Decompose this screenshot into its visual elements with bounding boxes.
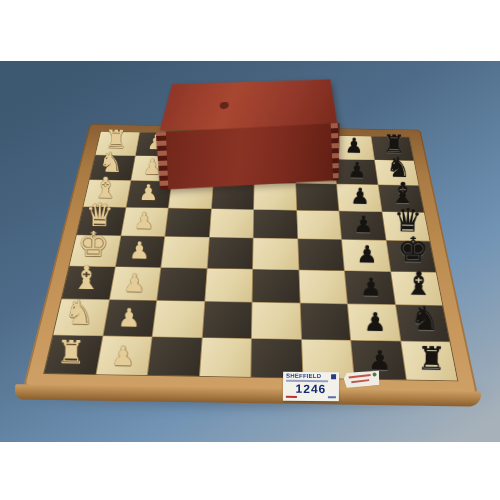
black-knight: ♞ bbox=[400, 302, 449, 336]
square-r3c6 bbox=[296, 184, 339, 211]
square-r8c2: ♟ bbox=[96, 336, 152, 375]
white-pawn: ♟ bbox=[122, 209, 166, 232]
estimate-green-mark bbox=[372, 372, 376, 376]
dovetail-joint-right bbox=[331, 123, 341, 182]
square-r4c2: ♟ bbox=[121, 207, 168, 236]
square-r7c8: ♞ bbox=[396, 305, 450, 341]
square-r7c7: ♟ bbox=[348, 304, 400, 340]
square-r5c5 bbox=[253, 238, 298, 269]
square-r4c3 bbox=[165, 208, 210, 237]
square-r3c5 bbox=[254, 183, 296, 210]
white-knight: ♞ bbox=[55, 296, 104, 330]
label-footer bbox=[286, 396, 336, 398]
square-r5c2: ♟ bbox=[116, 236, 165, 267]
black-pawn: ♟ bbox=[344, 242, 389, 266]
white-king: ♚ bbox=[71, 226, 116, 262]
square-r7c5 bbox=[252, 302, 301, 338]
white-pawn: ♟ bbox=[104, 305, 153, 331]
label-red-print bbox=[286, 396, 297, 398]
white-pawn: ♟ bbox=[97, 342, 148, 369]
auction-logo-icon bbox=[331, 374, 336, 379]
square-r7c2: ♟ bbox=[103, 300, 156, 336]
square-r6c4 bbox=[205, 268, 252, 301]
box-lid-knot bbox=[219, 102, 228, 109]
square-r8c4 bbox=[200, 338, 251, 377]
white-rook: ♜ bbox=[46, 335, 97, 368]
auction-lot-label: SHEFFIELD 1246 bbox=[283, 372, 339, 401]
dovetail-joint-left bbox=[156, 131, 169, 190]
lot-number: 1246 bbox=[286, 383, 336, 395]
square-r5c3 bbox=[161, 237, 208, 268]
black-pawn: ♟ bbox=[339, 185, 381, 208]
square-r5c6 bbox=[298, 239, 344, 270]
square-r3c7: ♟ bbox=[337, 184, 381, 211]
square-r4c5 bbox=[254, 210, 297, 239]
black-pawn: ♟ bbox=[342, 213, 386, 236]
square-r6c3 bbox=[157, 268, 206, 301]
square-r5c4 bbox=[207, 238, 253, 269]
square-r8c8: ♜ bbox=[401, 341, 457, 380]
black-rook: ♜ bbox=[406, 342, 457, 375]
white-bishop: ♝ bbox=[63, 261, 110, 294]
auction-house-name: SHEFFIELD bbox=[286, 373, 321, 379]
black-pawn: ♟ bbox=[351, 309, 400, 335]
white-pawn: ♟ bbox=[110, 270, 157, 295]
square-r7c3 bbox=[153, 301, 204, 337]
photo-backdrop: ♜♟♟♜♞♟♟♞♝♟♟♝♛♟♟♛♚♟♟♚♝♟♟♝♞♟♟♞♜♟♟♜ SHEFFIE… bbox=[0, 61, 500, 442]
estimate-handwriting bbox=[349, 374, 371, 379]
black-pawn: ♟ bbox=[347, 274, 394, 299]
square-r4c4 bbox=[209, 209, 253, 238]
black-king: ♚ bbox=[390, 232, 435, 268]
square-r5c7: ♟ bbox=[342, 240, 390, 271]
black-bishop: ♝ bbox=[395, 267, 442, 300]
square-r4c6 bbox=[297, 210, 341, 239]
square-r4c7: ♟ bbox=[339, 211, 385, 240]
black-pawn: ♟ bbox=[337, 159, 378, 181]
square-r6c5 bbox=[253, 269, 300, 302]
square-r7c6 bbox=[300, 303, 350, 339]
square-r6c2: ♟ bbox=[110, 267, 161, 300]
white-pawn: ♟ bbox=[116, 238, 161, 262]
square-r6c6 bbox=[299, 270, 347, 303]
chess-box-front bbox=[156, 123, 342, 190]
estimate-handwriting-2 bbox=[351, 379, 369, 383]
photo-frame: ♜♟♟♜♞♟♟♞♝♟♟♝♛♟♟♛♚♟♟♚♝♟♟♝♞♟♟♞♜♟♟♜ SHEFFIE… bbox=[0, 0, 500, 500]
square-r7c1: ♞ bbox=[53, 299, 108, 335]
square-r6c7: ♟ bbox=[345, 271, 395, 305]
square-r8c3 bbox=[148, 337, 202, 376]
black-pawn: ♟ bbox=[354, 347, 405, 374]
square-r7c4 bbox=[202, 302, 251, 338]
square-r8c1: ♜ bbox=[44, 335, 102, 374]
chess-box bbox=[154, 77, 342, 190]
label-blue-print bbox=[328, 396, 336, 398]
